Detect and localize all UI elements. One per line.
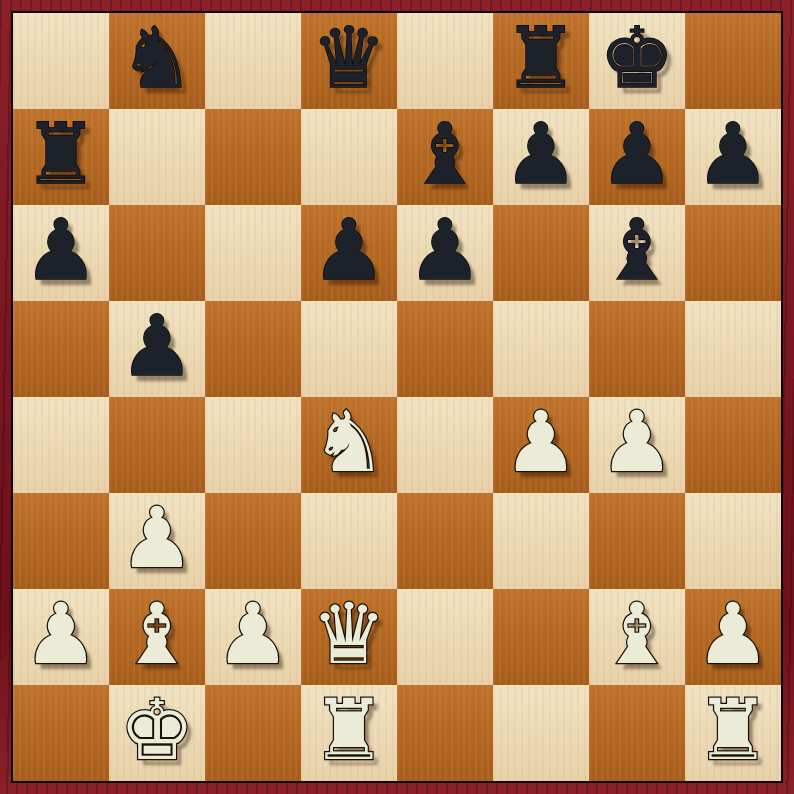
square-b2[interactable]: ♝ (109, 589, 205, 685)
black-pawn-a6[interactable]: ♟ (23, 208, 98, 292)
square-f8[interactable]: ♜ (493, 13, 589, 109)
square-e4[interactable] (397, 397, 493, 493)
black-rook-f8[interactable]: ♜ (503, 16, 578, 100)
square-e3[interactable] (397, 493, 493, 589)
square-f1[interactable] (493, 685, 589, 781)
white-pawn-a2[interactable]: ♟ (23, 592, 98, 676)
square-e1[interactable] (397, 685, 493, 781)
white-pawn-c2[interactable]: ♟ (215, 592, 290, 676)
white-rook-h1[interactable]: ♜ (695, 688, 770, 772)
square-d8[interactable]: ♛ (301, 13, 397, 109)
square-c8[interactable] (205, 13, 301, 109)
square-b5[interactable]: ♟ (109, 301, 205, 397)
black-pawn-g7[interactable]: ♟ (599, 112, 674, 196)
black-bishop-e7[interactable]: ♝ (407, 112, 482, 196)
square-h4[interactable] (685, 397, 781, 493)
square-g8[interactable]: ♚ (589, 13, 685, 109)
square-g3[interactable] (589, 493, 685, 589)
square-b6[interactable] (109, 205, 205, 301)
square-h2[interactable]: ♟ (685, 589, 781, 685)
square-e6[interactable]: ♟ (397, 205, 493, 301)
square-h7[interactable]: ♟ (685, 109, 781, 205)
square-e5[interactable] (397, 301, 493, 397)
square-f4[interactable]: ♟ (493, 397, 589, 493)
square-a3[interactable] (13, 493, 109, 589)
square-a6[interactable]: ♟ (13, 205, 109, 301)
square-b1[interactable]: ♚ (109, 685, 205, 781)
square-a8[interactable] (13, 13, 109, 109)
square-f2[interactable] (493, 589, 589, 685)
white-queen-d2[interactable]: ♛ (311, 592, 386, 676)
square-b3[interactable]: ♟ (109, 493, 205, 589)
white-knight-d4[interactable]: ♞ (311, 400, 386, 484)
black-pawn-b5[interactable]: ♟ (119, 304, 194, 388)
square-d6[interactable]: ♟ (301, 205, 397, 301)
white-rook-d1[interactable]: ♜ (311, 688, 386, 772)
square-e2[interactable] (397, 589, 493, 685)
white-king-b1[interactable]: ♚ (119, 688, 194, 772)
square-g5[interactable] (589, 301, 685, 397)
square-c6[interactable] (205, 205, 301, 301)
square-b8[interactable]: ♞ (109, 13, 205, 109)
black-pawn-h7[interactable]: ♟ (695, 112, 770, 196)
square-a5[interactable] (13, 301, 109, 397)
white-bishop-b2[interactable]: ♝ (119, 592, 194, 676)
square-g7[interactable]: ♟ (589, 109, 685, 205)
square-h6[interactable] (685, 205, 781, 301)
square-h3[interactable] (685, 493, 781, 589)
black-king-g8[interactable]: ♚ (599, 16, 674, 100)
square-h8[interactable] (685, 13, 781, 109)
chess-board[interactable]: ♞♛♜♚♜♝♟♟♟♟♟♟♝♟♞♟♟♟♟♝♟♛♝♟♚♜♜ (11, 11, 783, 783)
black-queen-d8[interactable]: ♛ (311, 16, 386, 100)
square-a4[interactable] (13, 397, 109, 493)
black-pawn-f7[interactable]: ♟ (503, 112, 578, 196)
square-d7[interactable] (301, 109, 397, 205)
square-b7[interactable] (109, 109, 205, 205)
square-h1[interactable]: ♜ (685, 685, 781, 781)
black-knight-b8[interactable]: ♞ (119, 16, 194, 100)
white-pawn-g4[interactable]: ♟ (599, 400, 674, 484)
square-a2[interactable]: ♟ (13, 589, 109, 685)
square-f5[interactable] (493, 301, 589, 397)
square-f7[interactable]: ♟ (493, 109, 589, 205)
white-pawn-b3[interactable]: ♟ (119, 496, 194, 580)
square-h5[interactable] (685, 301, 781, 397)
black-pawn-d6[interactable]: ♟ (311, 208, 386, 292)
square-c4[interactable] (205, 397, 301, 493)
square-f6[interactable] (493, 205, 589, 301)
black-pawn-e6[interactable]: ♟ (407, 208, 482, 292)
square-d3[interactable] (301, 493, 397, 589)
white-pawn-h2[interactable]: ♟ (695, 592, 770, 676)
square-d4[interactable]: ♞ (301, 397, 397, 493)
square-f3[interactable] (493, 493, 589, 589)
square-c1[interactable] (205, 685, 301, 781)
white-bishop-g2[interactable]: ♝ (599, 592, 674, 676)
chess-app-window: ♞♛♜♚♜♝♟♟♟♟♟♟♝♟♞♟♟♟♟♝♟♛♝♟♚♜♜ (0, 0, 794, 794)
square-g6[interactable]: ♝ (589, 205, 685, 301)
square-e8[interactable] (397, 13, 493, 109)
black-rook-a7[interactable]: ♜ (23, 112, 98, 196)
square-g4[interactable]: ♟ (589, 397, 685, 493)
square-c5[interactable] (205, 301, 301, 397)
square-e7[interactable]: ♝ (397, 109, 493, 205)
square-d2[interactable]: ♛ (301, 589, 397, 685)
square-c2[interactable]: ♟ (205, 589, 301, 685)
square-g1[interactable] (589, 685, 685, 781)
square-a7[interactable]: ♜ (13, 109, 109, 205)
square-g2[interactable]: ♝ (589, 589, 685, 685)
square-d1[interactable]: ♜ (301, 685, 397, 781)
square-c7[interactable] (205, 109, 301, 205)
square-a1[interactable] (13, 685, 109, 781)
square-d5[interactable] (301, 301, 397, 397)
white-pawn-f4[interactable]: ♟ (503, 400, 578, 484)
square-b4[interactable] (109, 397, 205, 493)
black-bishop-g6[interactable]: ♝ (599, 208, 674, 292)
square-c3[interactable] (205, 493, 301, 589)
